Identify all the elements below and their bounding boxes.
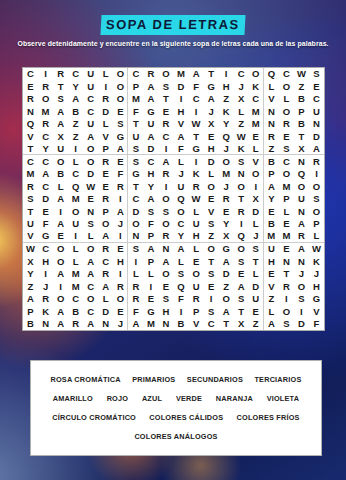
grid-cell[interactable]: T [234, 193, 249, 205]
grid-cell[interactable]: S [113, 118, 128, 130]
grid-cell[interactable]: O [38, 93, 53, 105]
grid-cell[interactable]: B [264, 155, 279, 167]
grid-cell[interactable]: E [279, 130, 294, 142]
grid-cell[interactable]: C [143, 155, 158, 167]
grid-cell[interactable]: H [158, 305, 173, 317]
grid-cell[interactable]: Q [294, 168, 309, 180]
grid-cell[interactable]: T [279, 268, 294, 280]
grid-cell[interactable]: A [219, 255, 234, 267]
grid-cell[interactable]: A [174, 243, 189, 255]
grid-cell[interactable]: N [264, 105, 279, 117]
grid-cell[interactable]: O [128, 218, 143, 230]
grid-cell[interactable]: O [249, 68, 264, 80]
grid-cell[interactable]: A [309, 143, 324, 155]
grid-cell[interactable]: L [234, 105, 249, 117]
grid-cell[interactable]: R [38, 293, 53, 305]
grid-cell[interactable]: N [294, 155, 309, 167]
grid-cell[interactable]: C [23, 68, 38, 80]
grid-cell[interactable]: D [249, 280, 264, 292]
grid-cell[interactable]: C [38, 155, 53, 167]
grid-cell[interactable]: S [158, 80, 173, 92]
grid-cell[interactable]: S [234, 293, 249, 305]
grid-cell[interactable]: Y [38, 143, 53, 155]
grid-cell[interactable]: A [53, 105, 68, 117]
grid-cell[interactable]: C [189, 93, 204, 105]
grid-cell[interactable]: X [219, 230, 234, 242]
grid-cell[interactable]: C [83, 305, 98, 317]
grid-cell[interactable]: N [294, 205, 309, 217]
grid-cell[interactable]: S [158, 205, 173, 217]
grid-cell[interactable]: R [264, 130, 279, 142]
grid-cell[interactable]: O [113, 93, 128, 105]
grid-cell[interactable]: R [68, 318, 83, 330]
grid-cell[interactable]: C [38, 130, 53, 142]
grid-cell[interactable]: L [249, 218, 264, 230]
grid-cell[interactable]: A [294, 243, 309, 255]
grid-cell[interactable]: R [158, 230, 173, 242]
grid-cell[interactable]: Q [264, 68, 279, 80]
grid-cell[interactable]: N [158, 318, 173, 330]
grid-cell[interactable]: J [294, 268, 309, 280]
grid-cell[interactable]: Z [23, 280, 38, 292]
grid-cell[interactable]: R [128, 293, 143, 305]
grid-cell[interactable]: E [38, 205, 53, 217]
grid-cell[interactable]: A [38, 168, 53, 180]
grid-cell[interactable]: O [98, 218, 113, 230]
grid-cell[interactable]: W [83, 180, 98, 192]
grid-cell[interactable]: P [98, 143, 113, 155]
grid-cell[interactable]: R [98, 193, 113, 205]
grid-cell[interactable]: K [309, 255, 324, 267]
grid-cell[interactable]: Q [174, 193, 189, 205]
grid-cell[interactable]: M [249, 105, 264, 117]
grid-cell[interactable]: T [23, 143, 38, 155]
grid-cell[interactable]: N [38, 318, 53, 330]
grid-cell[interactable]: F [113, 168, 128, 180]
grid-cell[interactable]: O [53, 255, 68, 267]
grid-cell[interactable]: I [189, 155, 204, 167]
grid-cell[interactable]: F [174, 143, 189, 155]
grid-cell[interactable]: I [234, 218, 249, 230]
grid-cell[interactable]: L [279, 93, 294, 105]
grid-cell[interactable]: H [309, 280, 324, 292]
grid-cell[interactable]: G [219, 243, 234, 255]
grid-cell[interactable]: E [98, 168, 113, 180]
grid-cell[interactable]: F [189, 80, 204, 92]
grid-cell[interactable]: U [83, 80, 98, 92]
grid-cell[interactable]: O [189, 268, 204, 280]
grid-cell[interactable]: O [83, 143, 98, 155]
grid-cell[interactable]: W [189, 193, 204, 205]
grid-cell[interactable]: J [249, 230, 264, 242]
grid-cell[interactable]: R [98, 243, 113, 255]
grid-cell[interactable]: O [158, 193, 173, 205]
grid-cell[interactable]: C [158, 130, 173, 142]
grid-cell[interactable]: A [143, 93, 158, 105]
grid-cell[interactable]: S [53, 93, 68, 105]
grid-cell[interactable]: I [174, 305, 189, 317]
grid-cell[interactable]: R [189, 180, 204, 192]
grid-cell[interactable]: I [309, 168, 324, 180]
grid-cell[interactable]: W [294, 68, 309, 80]
grid-cell[interactable]: Z [294, 80, 309, 92]
grid-cell[interactable]: Y [264, 193, 279, 205]
grid-cell[interactable]: G [113, 130, 128, 142]
grid-cell[interactable]: R [53, 68, 68, 80]
grid-cell[interactable]: M [264, 230, 279, 242]
grid-cell[interactable]: J [309, 268, 324, 280]
grid-cell[interactable]: T [219, 318, 234, 330]
grid-cell[interactable]: W [234, 130, 249, 142]
grid-cell[interactable]: Z [219, 280, 234, 292]
grid-cell[interactable]: A [189, 68, 204, 80]
grid-cell[interactable]: O [204, 180, 219, 192]
grid-cell[interactable]: L [264, 80, 279, 92]
grid-cell[interactable]: O [53, 293, 68, 305]
grid-cell[interactable]: Z [219, 93, 234, 105]
grid-cell[interactable]: Y [68, 80, 83, 92]
grid-cell[interactable]: I [189, 105, 204, 117]
grid-cell[interactable]: G [128, 168, 143, 180]
grid-cell[interactable]: L [249, 143, 264, 155]
grid-cell[interactable]: D [98, 105, 113, 117]
grid-cell[interactable]: O [219, 155, 234, 167]
grid-cell[interactable]: Y [219, 218, 234, 230]
grid-cell[interactable]: V [264, 93, 279, 105]
grid-cell[interactable]: U [53, 143, 68, 155]
grid-cell[interactable]: O [113, 293, 128, 305]
grid-cell[interactable]: O [83, 243, 98, 255]
grid-cell[interactable]: P [309, 218, 324, 230]
grid-cell[interactable]: I [53, 280, 68, 292]
grid-cell[interactable]: O [53, 243, 68, 255]
grid-cell[interactable]: O [113, 80, 128, 92]
grid-cell[interactable]: U [189, 218, 204, 230]
grid-cell[interactable]: F [143, 218, 158, 230]
grid-cell[interactable]: M [143, 318, 158, 330]
grid-cell[interactable]: R [128, 280, 143, 292]
grid-cell[interactable]: A [53, 193, 68, 205]
grid-cell[interactable]: A [294, 218, 309, 230]
grid-cell[interactable]: E [113, 155, 128, 167]
grid-cell[interactable]: J [234, 80, 249, 92]
grid-cell[interactable]: J [113, 318, 128, 330]
grid-cell[interactable]: Q [234, 230, 249, 242]
grid-cell[interactable]: M [219, 168, 234, 180]
grid-cell[interactable]: I [174, 93, 189, 105]
grid-cell[interactable]: O [234, 243, 249, 255]
grid-cell[interactable]: X [204, 118, 219, 130]
grid-cell[interactable]: E [53, 230, 68, 242]
grid-cell[interactable]: R [158, 118, 173, 130]
grid-cell[interactable]: M [128, 93, 143, 105]
grid-cell[interactable]: Q [174, 280, 189, 292]
grid-cell[interactable]: O [158, 218, 173, 230]
grid-cell[interactable]: D [249, 205, 264, 217]
grid-cell[interactable]: E [219, 205, 234, 217]
grid-cell[interactable]: H [174, 105, 189, 117]
grid-cell[interactable]: H [113, 255, 128, 267]
grid-cell[interactable]: O [68, 205, 83, 217]
grid-cell[interactable]: D [143, 143, 158, 155]
grid-cell[interactable]: B [174, 318, 189, 330]
grid-cell[interactable]: R [294, 230, 309, 242]
grid-cell[interactable]: G [189, 143, 204, 155]
grid-cell[interactable]: B [53, 168, 68, 180]
grid-cell[interactable]: S [204, 305, 219, 317]
grid-cell[interactable]: E [158, 105, 173, 117]
grid-cell[interactable]: C [83, 105, 98, 117]
grid-cell[interactable]: A [143, 130, 158, 142]
grid-cell[interactable]: Z [264, 293, 279, 305]
grid-cell[interactable]: R [234, 205, 249, 217]
grid-cell[interactable]: A [264, 318, 279, 330]
grid-cell[interactable]: W [23, 243, 38, 255]
grid-cell[interactable]: R [309, 155, 324, 167]
grid-cell[interactable]: C [68, 68, 83, 80]
grid-cell[interactable]: O [249, 168, 264, 180]
grid-cell[interactable]: E [98, 180, 113, 192]
grid-cell[interactable]: W [189, 118, 204, 130]
grid-cell[interactable]: G [143, 105, 158, 117]
grid-cell[interactable]: A [264, 180, 279, 192]
grid-cell[interactable]: T [128, 118, 143, 130]
grid-cell[interactable]: I [219, 68, 234, 80]
grid-cell[interactable]: L [309, 230, 324, 242]
grid-cell[interactable]: A [219, 305, 234, 317]
grid-cell[interactable]: N [264, 118, 279, 130]
grid-cell[interactable]: O [113, 68, 128, 80]
grid-cell[interactable]: U [294, 193, 309, 205]
grid-cell[interactable]: A [53, 118, 68, 130]
grid-cell[interactable]: L [68, 255, 83, 267]
grid-cell[interactable]: M [23, 168, 38, 180]
grid-cell[interactable]: B [294, 118, 309, 130]
grid-cell[interactable]: A [158, 255, 173, 267]
grid-cell[interactable]: P [279, 193, 294, 205]
grid-cell[interactable]: I [113, 193, 128, 205]
grid-cell[interactable]: R [113, 180, 128, 192]
grid-cell[interactable]: O [279, 168, 294, 180]
grid-cell[interactable]: U [83, 68, 98, 80]
grid-cell[interactable]: R [38, 80, 53, 92]
grid-cell[interactable]: M [279, 180, 294, 192]
grid-cell[interactable]: R [219, 193, 234, 205]
grid-cell[interactable]: R [189, 293, 204, 305]
grid-cell[interactable]: R [23, 180, 38, 192]
grid-cell[interactable]: R [279, 118, 294, 130]
grid-cell[interactable]: C [128, 68, 143, 80]
grid-cell[interactable]: L [68, 155, 83, 167]
grid-cell[interactable]: P [189, 305, 204, 317]
grid-cell[interactable]: S [128, 155, 143, 167]
grid-cell[interactable]: P [128, 80, 143, 92]
grid-cell[interactable]: G [204, 80, 219, 92]
grid-cell[interactable]: L [264, 305, 279, 317]
grid-cell[interactable]: E [83, 193, 98, 205]
grid-cell[interactable]: A [83, 130, 98, 142]
grid-cell[interactable]: O [158, 68, 173, 80]
grid-cell[interactable]: S [128, 143, 143, 155]
grid-cell[interactable]: F [174, 293, 189, 305]
grid-cell[interactable]: I [53, 205, 68, 217]
grid-cell[interactable]: L [68, 243, 83, 255]
grid-cell[interactable]: K [189, 168, 204, 180]
grid-cell[interactable]: N [309, 118, 324, 130]
grid-cell[interactable]: S [204, 268, 219, 280]
grid-cell[interactable]: S [309, 193, 324, 205]
grid-cell[interactable]: N [279, 255, 294, 267]
grid-cell[interactable]: A [83, 318, 98, 330]
grid-cell[interactable]: A [23, 293, 38, 305]
grid-cell[interactable]: E [279, 243, 294, 255]
grid-cell[interactable]: K [234, 143, 249, 155]
grid-cell[interactable]: I [279, 293, 294, 305]
grid-cell[interactable]: I [143, 280, 158, 292]
grid-cell[interactable]: V [189, 318, 204, 330]
grid-cell[interactable]: H [189, 230, 204, 242]
grid-cell[interactable]: C [204, 318, 219, 330]
grid-cell[interactable]: E [23, 80, 38, 92]
grid-cell[interactable]: S [174, 268, 189, 280]
grid-cell[interactable]: S [83, 218, 98, 230]
grid-cell[interactable]: O [53, 155, 68, 167]
grid-cell[interactable]: Y [219, 118, 234, 130]
grid-cell[interactable]: A [53, 318, 68, 330]
grid-cell[interactable]: X [53, 130, 68, 142]
grid-cell[interactable]: T [204, 68, 219, 80]
grid-cell[interactable]: Z [204, 230, 219, 242]
grid-cell[interactable]: N [23, 105, 38, 117]
grid-cell[interactable]: M [279, 230, 294, 242]
grid-cell[interactable]: I [204, 293, 219, 305]
grid-cell[interactable]: A [158, 155, 173, 167]
grid-cell[interactable]: E [264, 205, 279, 217]
grid-cell[interactable]: D [309, 130, 324, 142]
grid-cell[interactable]: T [23, 205, 38, 217]
grid-cell[interactable]: E [189, 255, 204, 267]
grid-cell[interactable]: C [98, 255, 113, 267]
grid-cell[interactable]: D [128, 205, 143, 217]
grid-cell[interactable]: L [128, 268, 143, 280]
grid-cell[interactable]: K [249, 80, 264, 92]
grid-cell[interactable]: A [53, 218, 68, 230]
grid-cell[interactable]: E [113, 243, 128, 255]
grid-cell[interactable]: E [158, 280, 173, 292]
grid-cell[interactable]: M [249, 118, 264, 130]
grid-cell[interactable]: A [113, 143, 128, 155]
grid-cell[interactable]: A [234, 280, 249, 292]
grid-cell[interactable]: E [249, 305, 264, 317]
grid-cell[interactable]: O [83, 155, 98, 167]
grid-cell[interactable]: C [279, 155, 294, 167]
grid-cell[interactable]: E [279, 218, 294, 230]
grid-cell[interactable]: S [23, 193, 38, 205]
grid-cell[interactable]: S [128, 243, 143, 255]
grid-cell[interactable]: X [23, 255, 38, 267]
grid-cell[interactable]: R [23, 93, 38, 105]
grid-cell[interactable]: J [204, 105, 219, 117]
grid-cell[interactable]: H [38, 255, 53, 267]
grid-cell[interactable]: B [23, 318, 38, 330]
grid-cell[interactable]: Q [219, 130, 234, 142]
grid-cell[interactable]: A [68, 93, 83, 105]
grid-cell[interactable]: X [234, 318, 249, 330]
grid-cell[interactable]: N [234, 168, 249, 180]
grid-cell[interactable]: L [189, 205, 204, 217]
grid-cell[interactable]: E [234, 268, 249, 280]
grid-cell[interactable]: T [158, 93, 173, 105]
grid-cell[interactable]: I [38, 68, 53, 80]
grid-cell[interactable]: C [38, 180, 53, 192]
grid-cell[interactable]: L [279, 205, 294, 217]
grid-cell[interactable]: C [309, 93, 324, 105]
grid-cell[interactable]: V [174, 118, 189, 130]
grid-cell[interactable]: Z [68, 130, 83, 142]
grid-cell[interactable]: D [219, 268, 234, 280]
grid-cell[interactable]: I [38, 268, 53, 280]
grid-cell[interactable]: R [279, 280, 294, 292]
grid-cell[interactable]: C [68, 293, 83, 305]
grid-cell[interactable]: B [68, 305, 83, 317]
grid-cell[interactable]: E [204, 193, 219, 205]
grid-cell[interactable]: V [204, 205, 219, 217]
grid-cell[interactable]: F [38, 218, 53, 230]
grid-cell[interactable]: H [264, 255, 279, 267]
grid-cell[interactable]: L [189, 243, 204, 255]
grid-cell[interactable]: L [249, 268, 264, 280]
grid-cell[interactable]: A [83, 255, 98, 267]
grid-cell[interactable]: C [83, 280, 98, 292]
grid-cell[interactable]: I [158, 180, 173, 192]
grid-cell[interactable]: G [143, 305, 158, 317]
grid-cell[interactable]: C [174, 218, 189, 230]
grid-cell[interactable]: D [294, 318, 309, 330]
grid-cell[interactable]: I [98, 80, 113, 92]
grid-cell[interactable]: R [98, 268, 113, 280]
grid-cell[interactable]: X [249, 193, 264, 205]
grid-cell[interactable]: V [23, 230, 38, 242]
grid-cell[interactable]: T [294, 130, 309, 142]
grid-cell[interactable]: O [279, 80, 294, 92]
grid-cell[interactable]: U [68, 218, 83, 230]
grid-cell[interactable]: C [68, 168, 83, 180]
grid-cell[interactable]: A [83, 268, 98, 280]
grid-cell[interactable]: V [23, 130, 38, 142]
grid-cell[interactable]: R [113, 280, 128, 292]
grid-cell[interactable]: C [23, 155, 38, 167]
grid-cell[interactable]: N [158, 243, 173, 255]
grid-cell[interactable]: H [204, 143, 219, 155]
grid-cell[interactable]: S [249, 243, 264, 255]
grid-cell[interactable]: C [249, 93, 264, 105]
grid-cell[interactable]: L [83, 230, 98, 242]
grid-cell[interactable]: C [128, 193, 143, 205]
grid-cell[interactable]: H [219, 80, 234, 92]
grid-cell[interactable]: B [68, 105, 83, 117]
grid-cell[interactable]: U [309, 105, 324, 117]
grid-cell[interactable]: O [204, 243, 219, 255]
grid-cell[interactable]: Q [23, 118, 38, 130]
grid-cell[interactable]: O [234, 180, 249, 192]
grid-cell[interactable]: U [264, 243, 279, 255]
grid-cell[interactable]: R [38, 118, 53, 130]
grid-cell[interactable]: V [309, 305, 324, 317]
grid-cell[interactable]: O [279, 105, 294, 117]
grid-cell[interactable]: F [128, 105, 143, 117]
grid-cell[interactable]: W [309, 243, 324, 255]
grid-cell[interactable]: H [143, 168, 158, 180]
